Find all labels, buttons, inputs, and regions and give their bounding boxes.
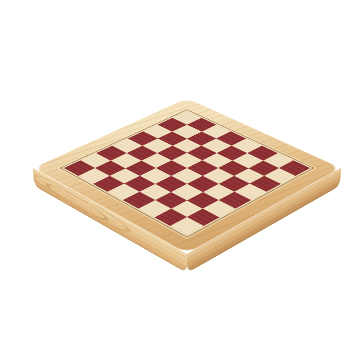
board-square <box>171 184 203 200</box>
board-square <box>78 168 109 184</box>
product-photo <box>0 0 360 360</box>
board-square <box>154 209 187 226</box>
chess-board <box>33 98 341 254</box>
board-square <box>203 168 234 184</box>
board-square <box>235 184 267 200</box>
perspective-wrapper <box>78 59 296 277</box>
board-square <box>234 168 265 184</box>
board-square <box>170 217 203 235</box>
board-square <box>155 192 187 209</box>
board-square <box>93 176 124 192</box>
board-square <box>140 168 171 184</box>
board-square <box>108 184 140 200</box>
board-square <box>124 176 155 192</box>
board-top-face-wooden-frame <box>33 98 341 254</box>
board-square <box>138 200 170 217</box>
board-square <box>123 192 155 209</box>
board-square <box>171 168 202 184</box>
board-square <box>139 184 171 200</box>
board-square <box>265 168 296 184</box>
board-square <box>187 209 220 226</box>
board-square <box>187 192 219 209</box>
board-square <box>187 176 218 192</box>
board-square <box>156 176 187 192</box>
board-square <box>203 200 235 217</box>
board-square <box>203 184 235 200</box>
board-square <box>171 200 203 217</box>
board-square <box>250 176 281 192</box>
board-square <box>109 168 140 184</box>
board-square <box>218 176 249 192</box>
board-square <box>219 192 251 209</box>
